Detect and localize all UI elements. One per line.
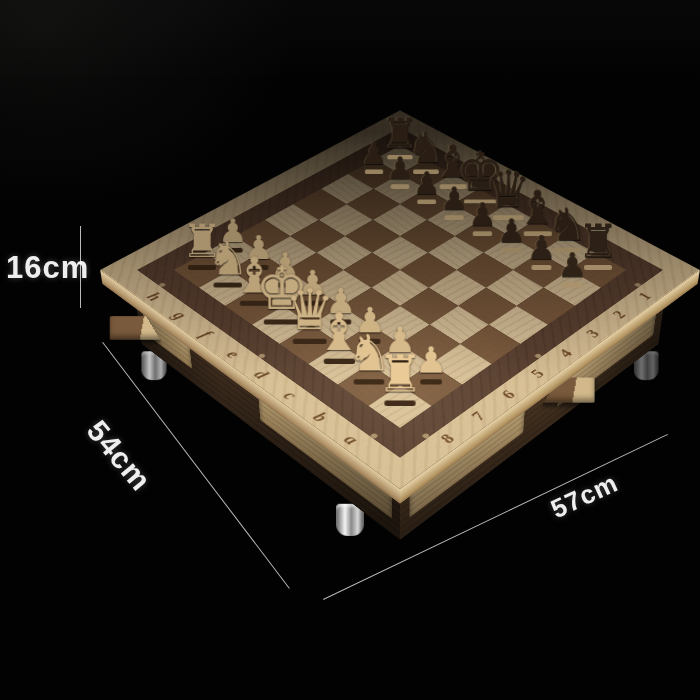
- pawn-glyph: ♟: [557, 248, 587, 281]
- photo-stage: hgfedcba12345678♜♞♝♛♚♝♞♜♟♟♟♟♟♟♟♟♟♟♟♟♟♟♟♟…: [0, 0, 700, 700]
- piece-base: [502, 248, 522, 253]
- piece-light-rook[interactable]: ♜: [375, 347, 424, 406]
- rook-glyph: ♜: [377, 348, 423, 399]
- chess-board: hgfedcba12345678♜♞♝♛♚♝♞♜♟♟♟♟♟♟♟♟♟♟♟♟♟♟♟♟…: [100, 111, 700, 490]
- piece-base: [562, 283, 582, 288]
- piece-dark-pawn[interactable]: ♟: [550, 247, 595, 288]
- scene-3d: hgfedcba12345678♜♞♝♛♚♝♞♜♟♟♟♟♟♟♟♟♟♟♟♟♟♟♟♟…: [0, 0, 700, 700]
- piece-base: [531, 265, 551, 270]
- piece-base: [384, 400, 415, 406]
